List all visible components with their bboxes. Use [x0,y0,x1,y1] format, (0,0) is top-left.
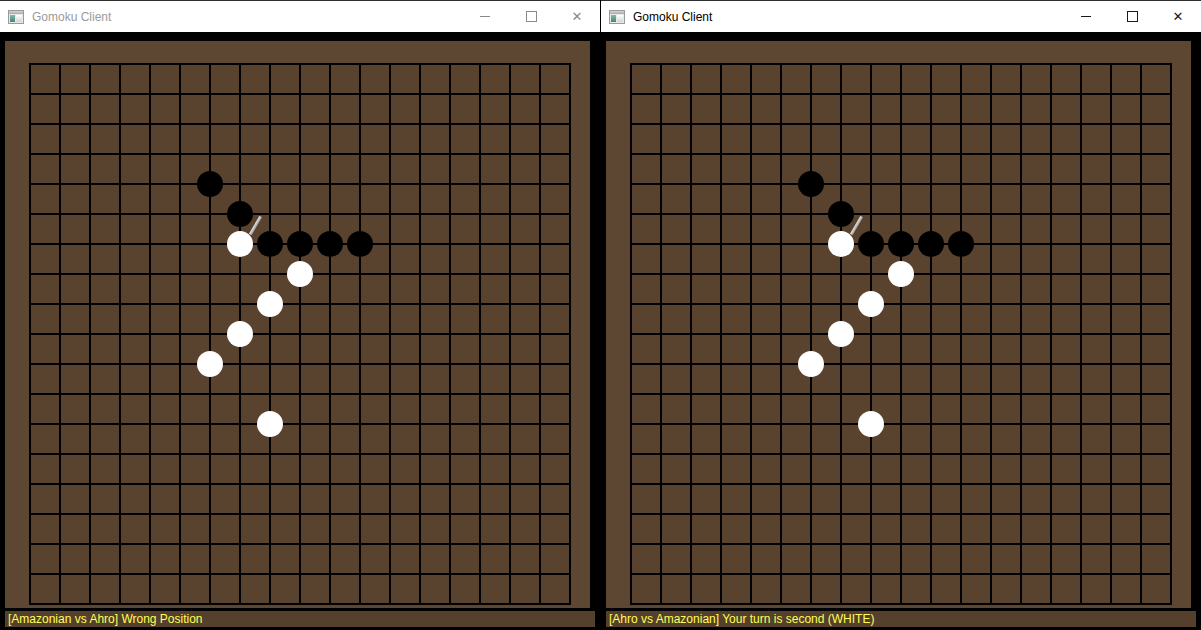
app-icon-left-pane [10,15,15,22]
white-stone [257,411,283,437]
minimize-icon [480,16,490,17]
white-stone [828,321,854,347]
window-title: Gomoku Client [633,10,1063,24]
maximize-button[interactable] [508,1,554,32]
app-icon-left-pane [611,15,616,22]
white-stone [828,231,854,257]
app-icon-titlebar-part [9,11,23,14]
gomoku-board[interactable] [5,41,590,608]
app-icon [609,10,625,24]
black-stone [227,201,253,227]
gomoku-window-right: Gomoku Client ✕ [Ahro vs Amazonian] Your… [601,0,1201,630]
black-stone [948,231,974,257]
black-stone [858,231,884,257]
app-icon [8,10,24,24]
white-stone [858,411,884,437]
black-stone [828,201,854,227]
white-stone [287,261,313,287]
white-stone [257,291,283,317]
window-title: Gomoku Client [32,10,462,24]
gomoku-window-left: Gomoku Client ✕ [Amazonian vs Ahro] Wron… [0,0,600,630]
maximize-icon [1127,11,1138,22]
stones-layer [29,63,571,605]
black-stone [197,171,223,197]
window-controls: ✕ [1063,1,1201,32]
black-stone [918,231,944,257]
status-text: [Ahro vs Amazonian] Your turn is second … [609,612,874,626]
status-bar: [Ahro vs Amazonian] Your turn is second … [606,611,1196,627]
white-stone [798,351,824,377]
black-stone [347,231,373,257]
white-stone [888,261,914,287]
stones-layer [630,63,1172,605]
white-stone [227,321,253,347]
maximize-icon [526,11,537,22]
black-stone [317,231,343,257]
minimize-button[interactable] [462,1,508,32]
white-stone [197,351,223,377]
white-stone [227,231,253,257]
maximize-button[interactable] [1109,1,1155,32]
client-area: [Amazonian vs Ahro] Wrong Position [0,33,600,630]
close-icon: ✕ [572,10,583,23]
window-controls: ✕ [462,1,600,32]
status-bar: [Amazonian vs Ahro] Wrong Position [5,611,595,627]
app-icon-right-pane [16,15,22,22]
app-icon-right-pane [617,15,623,22]
black-stone [798,171,824,197]
black-stone [257,231,283,257]
black-stone [888,231,914,257]
titlebar[interactable]: Gomoku Client ✕ [0,1,600,32]
close-icon: ✕ [1173,10,1184,23]
close-button[interactable]: ✕ [1155,1,1201,32]
white-stone [858,291,884,317]
gomoku-board[interactable] [606,41,1191,608]
titlebar[interactable]: Gomoku Client ✕ [601,1,1201,32]
status-text: [Amazonian vs Ahro] Wrong Position [8,612,203,626]
app-icon-titlebar-part [610,11,624,14]
client-area: [Ahro vs Amazonian] Your turn is second … [601,33,1201,630]
minimize-button[interactable] [1063,1,1109,32]
black-stone [287,231,313,257]
close-button[interactable]: ✕ [554,1,600,32]
minimize-icon [1081,16,1091,17]
desktop: Gomoku Client ✕ [Amazonian vs Ahro] Wron… [0,0,1201,630]
